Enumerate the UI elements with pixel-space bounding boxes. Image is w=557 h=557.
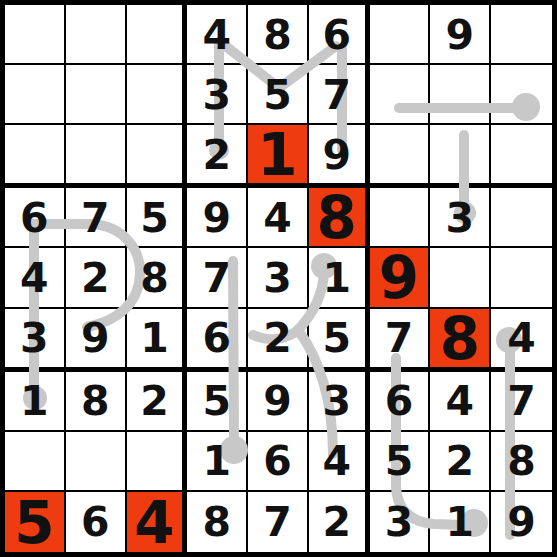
cell-r1c2[interactable] [66,5,127,65]
cell-r5c1[interactable]: 4 [5,248,66,308]
cell-r8c2[interactable] [66,432,127,492]
cell-r7c8[interactable]: 4 [430,372,491,432]
cell-value: 3 [323,381,352,422]
cell-value: 7 [507,381,536,422]
cell-r5c8[interactable] [430,248,491,308]
cell-r6c4[interactable]: 6 [187,309,248,372]
cell-r1c4[interactable]: 4 [187,5,248,65]
cell-r9c4[interactable]: 8 [187,492,248,552]
cell-r4c7[interactable] [370,188,431,248]
cell-r9c5[interactable]: 7 [248,492,309,552]
cell-value: 5 [202,381,231,422]
cell-value: 8 [202,502,231,543]
cell-value: 6 [202,318,231,359]
cell-value: 1 [140,318,169,359]
cell-value: 9 [379,249,419,307]
cell-r8c5[interactable]: 6 [248,432,309,492]
cell-r7c1[interactable]: 1 [5,372,66,432]
cell-value: 8 [81,381,110,422]
cell-r3c7[interactable] [370,125,431,188]
cell-value: 6 [81,502,110,543]
cell-value: 2 [263,318,292,359]
cell-r9c8[interactable]: 1 [430,492,491,552]
cell-r6c8[interactable]: 8 [430,309,491,372]
sudoku-board: 4869357219675948342873193916257841825936… [0,0,557,557]
cell-value: 2 [446,441,475,482]
cell-value: 2 [140,381,169,422]
cell-value: 6 [263,441,292,482]
cell-r6c5[interactable]: 2 [248,309,309,372]
cell-r3c5[interactable]: 1 [248,125,309,188]
cell-value: 3 [446,198,475,239]
cell-r7c9[interactable]: 7 [491,372,552,432]
cell-r2c7[interactable] [370,65,431,125]
cell-r3c1[interactable] [5,125,66,188]
cell-r6c9[interactable]: 4 [491,309,552,372]
cell-r8c8[interactable]: 2 [430,432,491,492]
cell-value: 9 [507,502,536,543]
cell-r9c6[interactable]: 2 [309,492,370,552]
cell-r5c3[interactable]: 8 [127,248,188,308]
cell-r3c4[interactable]: 2 [187,125,248,188]
cell-r4c8[interactable]: 3 [430,188,491,248]
cell-r7c2[interactable]: 8 [66,372,127,432]
cell-r3c8[interactable] [430,125,491,188]
cell-r9c7[interactable]: 3 [370,492,431,552]
cell-value: 1 [202,441,231,482]
cell-r5c7[interactable]: 9 [370,248,431,308]
cell-r8c9[interactable]: 8 [491,432,552,492]
cell-r7c4[interactable]: 5 [187,372,248,432]
cell-r4c6[interactable]: 8 [309,188,370,248]
cell-value: 4 [134,494,174,552]
cell-r7c5[interactable]: 9 [248,372,309,432]
cell-r4c4[interactable]: 9 [187,188,248,248]
cell-value: 7 [263,502,292,543]
cell-value: 5 [140,198,169,239]
cell-value: 2 [323,502,352,543]
cell-value: 9 [202,198,231,239]
cell-value: 6 [20,198,49,239]
cell-value: 4 [20,258,49,299]
cell-value: 5 [14,494,54,552]
cell-value: 5 [385,441,414,482]
cell-value: 9 [323,135,352,176]
cell-r4c1[interactable]: 6 [5,188,66,248]
cell-r2c5[interactable]: 5 [248,65,309,125]
cell-value: 1 [257,126,297,184]
cell-value: 7 [385,318,414,359]
cell-value: 3 [385,502,414,543]
cell-r8c4[interactable]: 1 [187,432,248,492]
cell-value: 1 [323,258,352,299]
cell-value: 4 [446,381,475,422]
cell-value: 5 [323,318,352,359]
cell-value: 6 [323,15,352,56]
cell-value: 4 [323,441,352,482]
cell-value: 7 [323,75,352,116]
cell-r2c8[interactable] [430,65,491,125]
cell-value: 9 [81,318,110,359]
cell-value: 9 [263,381,292,422]
cell-value: 8 [140,258,169,299]
cell-r8c3[interactable] [127,432,188,492]
cell-value: 1 [20,381,49,422]
cell-r2c2[interactable] [66,65,127,125]
cell-r4c9[interactable] [491,188,552,248]
cell-r5c2[interactable]: 2 [66,248,127,308]
cell-value: 2 [202,135,231,176]
cell-r1c5[interactable]: 8 [248,5,309,65]
cell-value: 3 [20,318,49,359]
cell-r5c9[interactable] [491,248,552,308]
cell-r6c3[interactable]: 1 [127,309,188,372]
cell-value: 8 [507,441,536,482]
cell-value: 3 [202,75,231,116]
cell-value: 7 [81,198,110,239]
cell-value: 6 [385,381,414,422]
cell-value: 4 [202,15,231,56]
cell-r3c9[interactable] [491,125,552,188]
cell-value: 5 [263,75,292,116]
cell-r5c5[interactable]: 3 [248,248,309,308]
cell-r2c4[interactable]: 3 [187,65,248,125]
cell-r7c6[interactable]: 3 [309,372,370,432]
cell-r1c6[interactable]: 6 [309,5,370,65]
cell-r7c7[interactable]: 6 [370,372,431,432]
cell-r6c6[interactable]: 5 [309,309,370,372]
cell-r8c7[interactable]: 5 [370,432,431,492]
cell-r6c7[interactable]: 7 [370,309,431,372]
cell-value: 9 [446,15,475,56]
cell-r4c5[interactable]: 4 [248,188,309,248]
cell-r2c1[interactable] [5,65,66,125]
cell-value: 7 [202,258,231,299]
cell-r1c8[interactable]: 9 [430,5,491,65]
cell-r2c3[interactable] [127,65,188,125]
cell-value: 4 [263,198,292,239]
cell-value: 1 [446,502,475,543]
cell-r3c3[interactable] [127,125,188,188]
sudoku-grid: 4869357219675948342873193916257841825936… [5,5,552,552]
cell-value: 8 [440,310,480,368]
cell-r2c9[interactable] [491,65,552,125]
cell-r9c1[interactable]: 5 [5,492,66,552]
cell-r8c6[interactable]: 4 [309,432,370,492]
cell-value: 8 [263,15,292,56]
cell-r8c1[interactable] [5,432,66,492]
cell-r9c3[interactable]: 4 [127,492,188,552]
cell-r6c1[interactable]: 3 [5,309,66,372]
cell-value: 4 [507,318,536,359]
cell-r4c3[interactable]: 5 [127,188,188,248]
cell-r5c4[interactable]: 7 [187,248,248,308]
cell-r1c3[interactable] [127,5,188,65]
cell-r6c2[interactable]: 9 [66,309,127,372]
cell-value: 2 [81,258,110,299]
cell-value: 8 [317,189,357,247]
cell-r7c3[interactable]: 2 [127,372,188,432]
cell-r1c1[interactable] [5,5,66,65]
cell-r5c6[interactable]: 1 [309,248,370,308]
cell-r1c7[interactable] [370,5,431,65]
cell-r2c6[interactable]: 7 [309,65,370,125]
cell-r3c2[interactable] [66,125,127,188]
cell-r9c9[interactable]: 9 [491,492,552,552]
cell-r4c2[interactable]: 7 [66,188,127,248]
cell-value: 3 [263,258,292,299]
cell-r9c2[interactable]: 6 [66,492,127,552]
cell-r1c9[interactable] [491,5,552,65]
cell-r3c6[interactable]: 9 [309,125,370,188]
